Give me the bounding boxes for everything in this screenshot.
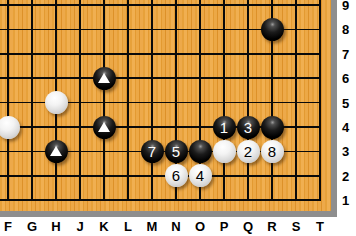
stone-black-k6[interactable]: [93, 67, 116, 90]
triangle-marker-icon: [98, 73, 110, 83]
stone-white-n2[interactable]: 6: [165, 164, 188, 187]
stone-black-h3[interactable]: [45, 140, 68, 163]
grid-hline-1: [0, 199, 321, 201]
move-number-label: 1: [220, 120, 228, 135]
grid-hline-6: [0, 77, 321, 79]
stone-white-h5[interactable]: [45, 91, 68, 114]
grid-vline-F: [7, 0, 9, 201]
triangle-marker-icon: [50, 146, 62, 156]
coord-label-row-9: 9: [342, 0, 349, 13]
triangle-marker-icon: [98, 122, 110, 132]
grid-vline-K: [103, 0, 105, 201]
stone-black-q4[interactable]: 3: [237, 116, 260, 139]
coord-label-row-8: 8: [342, 22, 349, 37]
coord-label-col-P: P: [220, 218, 229, 233]
coord-label-col-N: N: [171, 218, 180, 233]
move-number-label: 2: [244, 144, 252, 159]
stone-black-o3[interactable]: [189, 140, 212, 163]
stone-white-q3[interactable]: 2: [237, 140, 260, 163]
grid-vline-T: [319, 0, 321, 201]
coord-label-row-4: 4: [342, 120, 349, 135]
grid-vline-L: [127, 0, 129, 201]
grid-vline-P: [223, 0, 225, 201]
stone-black-p4[interactable]: 1: [213, 116, 236, 139]
coord-label-row-2: 2: [342, 168, 349, 183]
coord-label-row-7: 7: [342, 46, 349, 61]
move-number-label: 4: [196, 168, 204, 183]
coord-label-col-O: O: [195, 218, 205, 233]
coord-label-row-1: 1: [342, 193, 349, 208]
coord-label-col-G: G: [27, 218, 37, 233]
grid-hline-7: [0, 53, 321, 55]
coord-label-col-T: T: [316, 218, 324, 233]
stone-white-p3[interactable]: [213, 140, 236, 163]
coord-label-row-5: 5: [342, 95, 349, 110]
coord-label-row-3: 3: [342, 144, 349, 159]
grid-vline-S: [295, 0, 297, 201]
grid-vline-J: [79, 0, 81, 201]
stone-black-n3[interactable]: 5: [165, 140, 188, 163]
stone-black-k4[interactable]: [93, 116, 116, 139]
move-number-label: 7: [148, 144, 156, 159]
coord-label-col-K: K: [99, 218, 108, 233]
move-number-label: 6: [172, 168, 180, 183]
coord-label-col-M: M: [147, 218, 158, 233]
coord-label-row-6: 6: [342, 71, 349, 86]
grid-hline-2: [0, 175, 321, 177]
stone-white-f4[interactable]: [0, 116, 20, 139]
coord-label-col-H: H: [51, 218, 60, 233]
go-board-screenshot: 13752864 FGHJKLMNOPQRST987654321: [0, 0, 356, 236]
move-number-label: 5: [172, 144, 180, 159]
move-number-label: 3: [244, 120, 252, 135]
coord-label-col-F: F: [4, 218, 12, 233]
go-board[interactable]: 13752864: [0, 0, 337, 217]
grid-hline-9: [0, 4, 321, 6]
move-number-label: 8: [268, 144, 276, 159]
stone-black-r8[interactable]: [261, 18, 284, 41]
coord-label-col-Q: Q: [243, 218, 253, 233]
stone-black-r4[interactable]: [261, 116, 284, 139]
coord-label-col-R: R: [267, 218, 276, 233]
coord-label-col-J: J: [76, 218, 83, 233]
coord-label-col-L: L: [124, 218, 132, 233]
grid-vline-Q: [247, 0, 249, 201]
stone-white-r3[interactable]: 8: [261, 140, 284, 163]
coord-label-col-S: S: [292, 218, 301, 233]
grid-vline-M: [151, 0, 153, 201]
stone-white-o2[interactable]: 4: [189, 164, 212, 187]
stone-black-m3[interactable]: 7: [141, 140, 164, 163]
grid-vline-G: [31, 0, 33, 201]
